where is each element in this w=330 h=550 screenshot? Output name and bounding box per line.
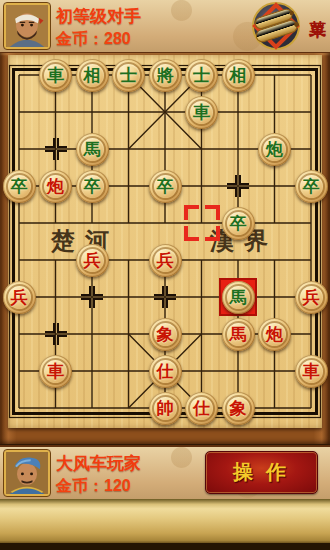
piece-black-advisor[interactable]: 士: [185, 59, 218, 92]
piece-red-chariot[interactable]: 車: [39, 355, 72, 388]
opponent-coins: 金币：280: [56, 29, 131, 50]
piece-red-chariot[interactable]: 車: [295, 355, 328, 388]
piece-black-soldier[interactable]: 卒: [295, 170, 328, 203]
piece-red-advisor[interactable]: 仕: [149, 355, 182, 388]
piece-black-chariot[interactable]: 車: [39, 59, 72, 92]
player-coins: 金币：120: [56, 476, 131, 497]
piece-red-soldier[interactable]: 兵: [295, 281, 328, 314]
piece-red-elephant[interactable]: 象: [149, 318, 182, 351]
menu-label[interactable]: 菜單: [307, 6, 327, 50]
piece-black-chariot[interactable]: 車: [185, 96, 218, 129]
opponent-avatar-image: [6, 5, 48, 47]
bottom-edge: [0, 543, 330, 550]
board-frame: 楚河 漢界 車相士將士相車馬炮卒炮卒卒卒卒兵兵兵馬兵象馬炮車仕車帥仕象: [0, 53, 330, 445]
last-move-from-marker: [184, 205, 220, 241]
xiangqi-game-screen: 初等级对手 金币：280 菜單: [0, 0, 330, 550]
piece-red-elephant[interactable]: 象: [222, 392, 255, 425]
menu-scroll-icon[interactable]: [251, 1, 301, 51]
piece-black-soldier[interactable]: 卒: [3, 170, 36, 203]
piece-red-soldier[interactable]: 兵: [149, 244, 182, 277]
point-marker: [81, 286, 103, 308]
piece-black-elephant[interactable]: 相: [76, 59, 109, 92]
piece-red-cannon[interactable]: 炮: [258, 318, 291, 351]
opponent-info-bar: 初等级对手 金币：280 菜單: [0, 0, 330, 54]
piece-black-horse[interactable]: 馬: [222, 281, 255, 314]
action-button[interactable]: 操 作: [205, 451, 318, 494]
point-marker: [154, 286, 176, 308]
piece-black-soldier[interactable]: 卒: [76, 170, 109, 203]
opponent-avatar: [4, 3, 50, 49]
piece-black-soldier[interactable]: 卒: [222, 207, 255, 240]
piece-black-elephant[interactable]: 相: [222, 59, 255, 92]
piece-black-soldier[interactable]: 卒: [149, 170, 182, 203]
point-marker: [227, 175, 249, 197]
opponent-name: 初等级对手: [56, 5, 141, 28]
piece-black-advisor[interactable]: 士: [112, 59, 145, 92]
piece-black-horse[interactable]: 馬: [76, 133, 109, 166]
bottom-gold-panel: [0, 499, 330, 543]
piece-black-cannon[interactable]: 炮: [258, 133, 291, 166]
player-info-bar: 大风车玩家 金币：120 操 作: [0, 445, 330, 499]
piece-red-cannon[interactable]: 炮: [39, 170, 72, 203]
piece-red-soldier[interactable]: 兵: [76, 244, 109, 277]
piece-red-soldier[interactable]: 兵: [3, 281, 36, 314]
player-name: 大风车玩家: [56, 452, 141, 475]
player-avatar: [4, 450, 50, 496]
piece-red-horse[interactable]: 馬: [222, 318, 255, 351]
piece-black-general[interactable]: 將: [149, 59, 182, 92]
piece-red-general[interactable]: 帥: [149, 392, 182, 425]
player-avatar-image: [6, 452, 48, 494]
piece-red-advisor[interactable]: 仕: [185, 392, 218, 425]
point-marker: [45, 323, 67, 345]
point-marker: [45, 138, 67, 160]
